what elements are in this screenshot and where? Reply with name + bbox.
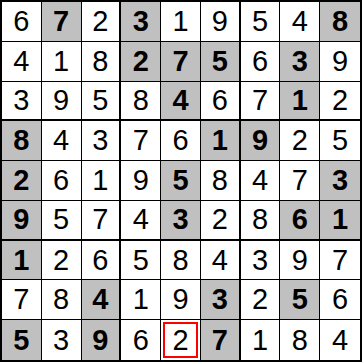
cell-r4c9[interactable]: 5 xyxy=(320,121,360,161)
cell-r1c3[interactable]: 2 xyxy=(82,2,122,42)
cell-r2c4[interactable]: 2 xyxy=(121,42,161,82)
cell-r6c9[interactable]: 1 xyxy=(320,201,360,241)
cell-r2c9[interactable]: 9 xyxy=(320,42,360,82)
cell-r5c8[interactable]: 7 xyxy=(280,161,320,201)
cell-r3c7[interactable]: 7 xyxy=(241,82,281,122)
cell-r7c9[interactable]: 7 xyxy=(320,241,360,281)
cell-r9c5[interactable]: 2 xyxy=(161,320,201,360)
cell-r6c8[interactable]: 6 xyxy=(280,201,320,241)
cell-r3c9[interactable]: 2 xyxy=(320,82,360,122)
sudoku-board: 6723195484182756393958467128437619252619… xyxy=(0,0,362,362)
cell-r6c6[interactable]: 2 xyxy=(201,201,241,241)
cell-r1c8[interactable]: 4 xyxy=(280,2,320,42)
cell-r9c4[interactable]: 6 xyxy=(121,320,161,360)
cell-r9c7[interactable]: 1 xyxy=(241,320,281,360)
cell-r6c4[interactable]: 4 xyxy=(121,201,161,241)
cell-r3c6[interactable]: 6 xyxy=(201,82,241,122)
cell-r8c8[interactable]: 5 xyxy=(280,280,320,320)
cell-r5c2[interactable]: 6 xyxy=(42,161,82,201)
cell-r7c3[interactable]: 6 xyxy=(82,241,122,281)
cell-r6c3[interactable]: 7 xyxy=(82,201,122,241)
cell-r9c9[interactable]: 4 xyxy=(320,320,360,360)
cell-r4c5[interactable]: 6 xyxy=(161,121,201,161)
cell-r7c2[interactable]: 2 xyxy=(42,241,82,281)
cell-r2c3[interactable]: 8 xyxy=(82,42,122,82)
cell-r5c3[interactable]: 1 xyxy=(82,161,122,201)
cell-r7c6[interactable]: 4 xyxy=(201,241,241,281)
cell-r9c6[interactable]: 7 xyxy=(201,320,241,360)
cell-r3c2[interactable]: 9 xyxy=(42,82,82,122)
cell-r5c7[interactable]: 4 xyxy=(241,161,281,201)
cell-r4c4[interactable]: 7 xyxy=(121,121,161,161)
cell-r7c7[interactable]: 3 xyxy=(241,241,281,281)
cell-r7c8[interactable]: 9 xyxy=(280,241,320,281)
cell-r5c6[interactable]: 8 xyxy=(201,161,241,201)
cell-r6c1[interactable]: 9 xyxy=(2,201,42,241)
cell-r4c7[interactable]: 9 xyxy=(241,121,281,161)
cell-r1c1[interactable]: 6 xyxy=(2,2,42,42)
cell-r2c6[interactable]: 5 xyxy=(201,42,241,82)
cell-r8c4[interactable]: 1 xyxy=(121,280,161,320)
cell-r2c1[interactable]: 4 xyxy=(2,42,42,82)
cell-r8c5[interactable]: 9 xyxy=(161,280,201,320)
cell-r6c2[interactable]: 5 xyxy=(42,201,82,241)
cell-r9c1[interactable]: 5 xyxy=(2,320,42,360)
cell-r5c5[interactable]: 5 xyxy=(161,161,201,201)
cell-r2c2[interactable]: 1 xyxy=(42,42,82,82)
cell-r8c2[interactable]: 8 xyxy=(42,280,82,320)
cell-r4c8[interactable]: 2 xyxy=(280,121,320,161)
cell-r8c3[interactable]: 4 xyxy=(82,280,122,320)
cell-r5c9[interactable]: 3 xyxy=(320,161,360,201)
cell-r9c3[interactable]: 9 xyxy=(82,320,122,360)
cell-r1c5[interactable]: 1 xyxy=(161,2,201,42)
cell-r1c2[interactable]: 7 xyxy=(42,2,82,42)
cell-r9c8[interactable]: 8 xyxy=(280,320,320,360)
cell-r8c7[interactable]: 2 xyxy=(241,280,281,320)
cell-r4c6[interactable]: 1 xyxy=(201,121,241,161)
cell-r8c6[interactable]: 3 xyxy=(201,280,241,320)
cell-r7c1[interactable]: 1 xyxy=(2,241,42,281)
cell-r2c8[interactable]: 3 xyxy=(280,42,320,82)
cell-r3c4[interactable]: 8 xyxy=(121,82,161,122)
cell-r2c5[interactable]: 7 xyxy=(161,42,201,82)
cell-r3c5[interactable]: 4 xyxy=(161,82,201,122)
cell-r8c9[interactable]: 6 xyxy=(320,280,360,320)
cell-r3c8[interactable]: 1 xyxy=(280,82,320,122)
cell-r7c5[interactable]: 8 xyxy=(161,241,201,281)
cell-r3c1[interactable]: 3 xyxy=(2,82,42,122)
cell-r5c4[interactable]: 9 xyxy=(121,161,161,201)
cell-r4c1[interactable]: 8 xyxy=(2,121,42,161)
cell-r9c2[interactable]: 3 xyxy=(42,320,82,360)
cell-r6c5[interactable]: 3 xyxy=(161,201,201,241)
cell-r3c3[interactable]: 5 xyxy=(82,82,122,122)
cell-r1c9[interactable]: 8 xyxy=(320,2,360,42)
cell-r4c2[interactable]: 4 xyxy=(42,121,82,161)
cell-r1c4[interactable]: 3 xyxy=(121,2,161,42)
cell-r6c7[interactable]: 8 xyxy=(241,201,281,241)
cell-r5c1[interactable]: 2 xyxy=(2,161,42,201)
cell-r1c7[interactable]: 5 xyxy=(241,2,281,42)
cell-r4c3[interactable]: 3 xyxy=(82,121,122,161)
cell-r7c4[interactable]: 5 xyxy=(121,241,161,281)
cell-r1c6[interactable]: 9 xyxy=(201,2,241,42)
cell-r8c1[interactable]: 7 xyxy=(2,280,42,320)
cell-r2c7[interactable]: 6 xyxy=(241,42,281,82)
